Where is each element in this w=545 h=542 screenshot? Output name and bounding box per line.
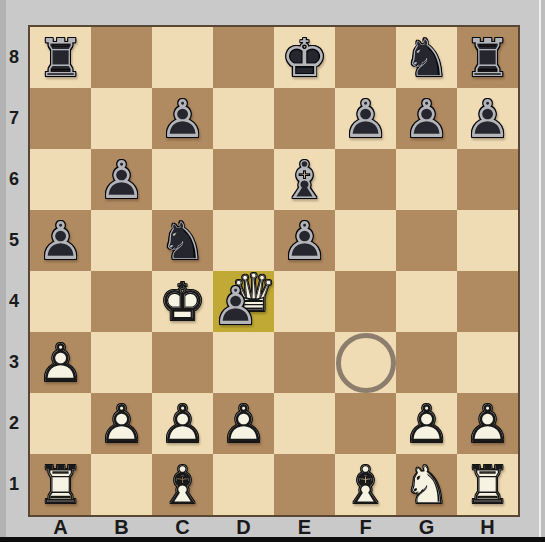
square-g8[interactable]: ♞♘ xyxy=(396,27,457,88)
white-pawn-detail: ♙ xyxy=(159,398,206,450)
square-h6[interactable] xyxy=(457,149,518,210)
black-pawn-detail: ♙ xyxy=(98,154,145,206)
white-pawn[interactable]: ♟♙ xyxy=(457,393,518,454)
square-f3[interactable] xyxy=(335,332,396,393)
black-pawn[interactable]: ♟♙ xyxy=(396,88,457,149)
rank-label-6: 6 xyxy=(0,149,28,210)
square-a8[interactable]: ♜♖ xyxy=(30,27,91,88)
square-b5[interactable] xyxy=(91,210,152,271)
black-king[interactable]: ♚♔ xyxy=(274,27,335,88)
black-pawn-detail: ♙ xyxy=(342,93,389,145)
square-c8[interactable] xyxy=(152,27,213,88)
file-label-e: E xyxy=(274,515,335,539)
white-pawn[interactable]: ♟♙ xyxy=(152,393,213,454)
white-pawn-detail: ♙ xyxy=(403,398,450,450)
white-pawn-detail: ♙ xyxy=(98,398,145,450)
square-c2[interactable]: ♟♙ xyxy=(152,393,213,454)
rank-label-7: 7 xyxy=(0,88,28,149)
white-knight-detail: ♘ xyxy=(403,459,450,511)
white-pawn[interactable]: ♟♙ xyxy=(30,332,91,393)
square-d2[interactable]: ♟♙ xyxy=(213,393,274,454)
black-rook[interactable]: ♜♖ xyxy=(30,27,91,88)
square-f1[interactable]: ♝♗ xyxy=(335,454,396,515)
square-d1[interactable] xyxy=(213,454,274,515)
black-pawn[interactable]: ♟♙ xyxy=(335,88,396,149)
square-a1[interactable]: ♜♖ xyxy=(30,454,91,515)
square-b7[interactable] xyxy=(91,88,152,149)
white-king[interactable]: ♚♔ xyxy=(152,271,213,332)
white-rook[interactable]: ♜♖ xyxy=(30,454,91,515)
square-b6[interactable]: ♟♙ xyxy=(91,149,152,210)
white-knight[interactable]: ♞♘ xyxy=(396,454,457,515)
square-g2[interactable]: ♟♙ xyxy=(396,393,457,454)
white-bishop-detail: ♗ xyxy=(342,459,389,511)
square-h4[interactable] xyxy=(457,271,518,332)
black-pawn-detail: ♙ xyxy=(281,215,328,267)
file-label-b: B xyxy=(91,515,152,539)
black-pawn-detail: ♙ xyxy=(212,280,259,332)
file-label-a: A xyxy=(30,515,91,539)
file-label-f: F xyxy=(335,515,396,539)
rank-label-4: 4 xyxy=(0,271,28,332)
white-pawn[interactable]: ♟♙ xyxy=(91,393,152,454)
square-b1[interactable] xyxy=(91,454,152,515)
square-h5[interactable] xyxy=(457,210,518,271)
square-e6[interactable]: ♝♗ xyxy=(274,149,335,210)
square-a7[interactable] xyxy=(30,88,91,149)
right-edge-band xyxy=(539,0,545,542)
black-pawn[interactable]: ♟♙ xyxy=(457,88,518,149)
white-pawn[interactable]: ♟♙ xyxy=(213,393,274,454)
square-g5[interactable] xyxy=(396,210,457,271)
white-rook-detail: ♖ xyxy=(464,459,511,511)
black-pawn[interactable]: ♟♙ xyxy=(91,149,152,210)
black-knight-detail: ♘ xyxy=(159,215,206,267)
hint-circle-annotation xyxy=(336,333,396,393)
white-king-detail: ♔ xyxy=(159,276,206,328)
white-bishop[interactable]: ♝♗ xyxy=(152,454,213,515)
black-knight[interactable]: ♞♘ xyxy=(396,27,457,88)
square-h3[interactable] xyxy=(457,332,518,393)
black-knight-detail: ♘ xyxy=(403,32,450,84)
square-c4[interactable]: ♚♔ xyxy=(152,271,213,332)
black-bishop[interactable]: ♝♗ xyxy=(274,149,335,210)
file-label-g: G xyxy=(396,515,457,539)
black-rook-detail: ♖ xyxy=(37,32,84,84)
square-a3[interactable]: ♟♙ xyxy=(30,332,91,393)
black-pawn-detail: ♙ xyxy=(403,93,450,145)
white-pawn-detail: ♙ xyxy=(220,398,267,450)
chess-board: ♜♖♚♔♞♘♜♖♟♙♟♙♟♙♟♙♟♙♝♗♟♙♞♘♟♙♚♔♛♕♟♙♟♙♟♙♟♙♟♙… xyxy=(28,25,520,517)
file-label-h: H xyxy=(457,515,518,539)
square-h8[interactable]: ♜♖ xyxy=(457,27,518,88)
black-pawn[interactable]: ♟♙ xyxy=(30,210,91,271)
rank-label-8: 8 xyxy=(0,27,28,88)
white-rook[interactable]: ♜♖ xyxy=(457,454,518,515)
square-h1[interactable]: ♜♖ xyxy=(457,454,518,515)
black-bishop-detail: ♗ xyxy=(281,154,328,206)
white-bishop[interactable]: ♝♗ xyxy=(335,454,396,515)
white-bishop-detail: ♗ xyxy=(159,459,206,511)
black-pawn-detail: ♙ xyxy=(464,93,511,145)
black-pawn[interactable]: ♟♙ xyxy=(152,88,213,149)
rank-label-5: 5 xyxy=(0,210,28,271)
square-d6[interactable] xyxy=(213,149,274,210)
black-pawn[interactable]: ♟♙ xyxy=(205,275,266,336)
square-f6[interactable] xyxy=(335,149,396,210)
black-knight[interactable]: ♞♘ xyxy=(152,210,213,271)
square-d8[interactable] xyxy=(213,27,274,88)
square-g4[interactable] xyxy=(396,271,457,332)
square-d7[interactable] xyxy=(213,88,274,149)
square-f2[interactable] xyxy=(335,393,396,454)
white-rook-detail: ♖ xyxy=(37,459,84,511)
white-pawn-detail: ♙ xyxy=(464,398,511,450)
rank-label-1: 1 xyxy=(0,454,28,515)
square-e2[interactable] xyxy=(274,393,335,454)
rank-label-2: 2 xyxy=(0,393,28,454)
square-f8[interactable] xyxy=(335,27,396,88)
square-g7[interactable]: ♟♙ xyxy=(396,88,457,149)
square-b4[interactable] xyxy=(91,271,152,332)
bottom-border-strip xyxy=(0,537,545,542)
square-d3[interactable] xyxy=(213,332,274,393)
black-pawn-detail: ♙ xyxy=(159,93,206,145)
square-a2[interactable] xyxy=(30,393,91,454)
square-h2[interactable]: ♟♙ xyxy=(457,393,518,454)
square-b3[interactable] xyxy=(91,332,152,393)
file-label-c: C xyxy=(152,515,213,539)
square-c7[interactable]: ♟♙ xyxy=(152,88,213,149)
square-b2[interactable]: ♟♙ xyxy=(91,393,152,454)
square-d4[interactable]: ♛♕♟♙ xyxy=(213,271,274,332)
square-g3[interactable] xyxy=(396,332,457,393)
square-a4[interactable] xyxy=(30,271,91,332)
square-f4[interactable] xyxy=(335,271,396,332)
square-e8[interactable]: ♚♔ xyxy=(274,27,335,88)
chess-board-screenshot: 87654321 ♜♖♚♔♞♘♜♖♟♙♟♙♟♙♟♙♟♙♝♗♟♙♞♘♟♙♚♔♛♕♟… xyxy=(0,0,545,542)
square-g6[interactable] xyxy=(396,149,457,210)
black-pawn-detail: ♙ xyxy=(37,215,84,267)
white-pawn[interactable]: ♟♙ xyxy=(396,393,457,454)
file-coordinates: ABCDEFGH xyxy=(30,515,518,539)
rank-coordinates: 87654321 xyxy=(0,27,28,515)
square-g1[interactable]: ♞♘ xyxy=(396,454,457,515)
square-e7[interactable] xyxy=(274,88,335,149)
square-c5[interactable]: ♞♘ xyxy=(152,210,213,271)
white-pawn-detail: ♙ xyxy=(37,337,84,389)
square-f7[interactable]: ♟♙ xyxy=(335,88,396,149)
square-b8[interactable] xyxy=(91,27,152,88)
file-label-d: D xyxy=(213,515,274,539)
square-a5[interactable]: ♟♙ xyxy=(30,210,91,271)
square-c3[interactable] xyxy=(152,332,213,393)
black-rook[interactable]: ♜♖ xyxy=(457,27,518,88)
square-e1[interactable] xyxy=(274,454,335,515)
black-rook-detail: ♖ xyxy=(464,32,511,84)
square-c1[interactable]: ♝♗ xyxy=(152,454,213,515)
square-a6[interactable] xyxy=(30,149,91,210)
square-e3[interactable] xyxy=(274,332,335,393)
square-h7[interactable]: ♟♙ xyxy=(457,88,518,149)
rank-label-3: 3 xyxy=(0,332,28,393)
black-king-detail: ♔ xyxy=(281,32,328,84)
square-f5[interactable] xyxy=(335,210,396,271)
square-c6[interactable] xyxy=(152,149,213,210)
